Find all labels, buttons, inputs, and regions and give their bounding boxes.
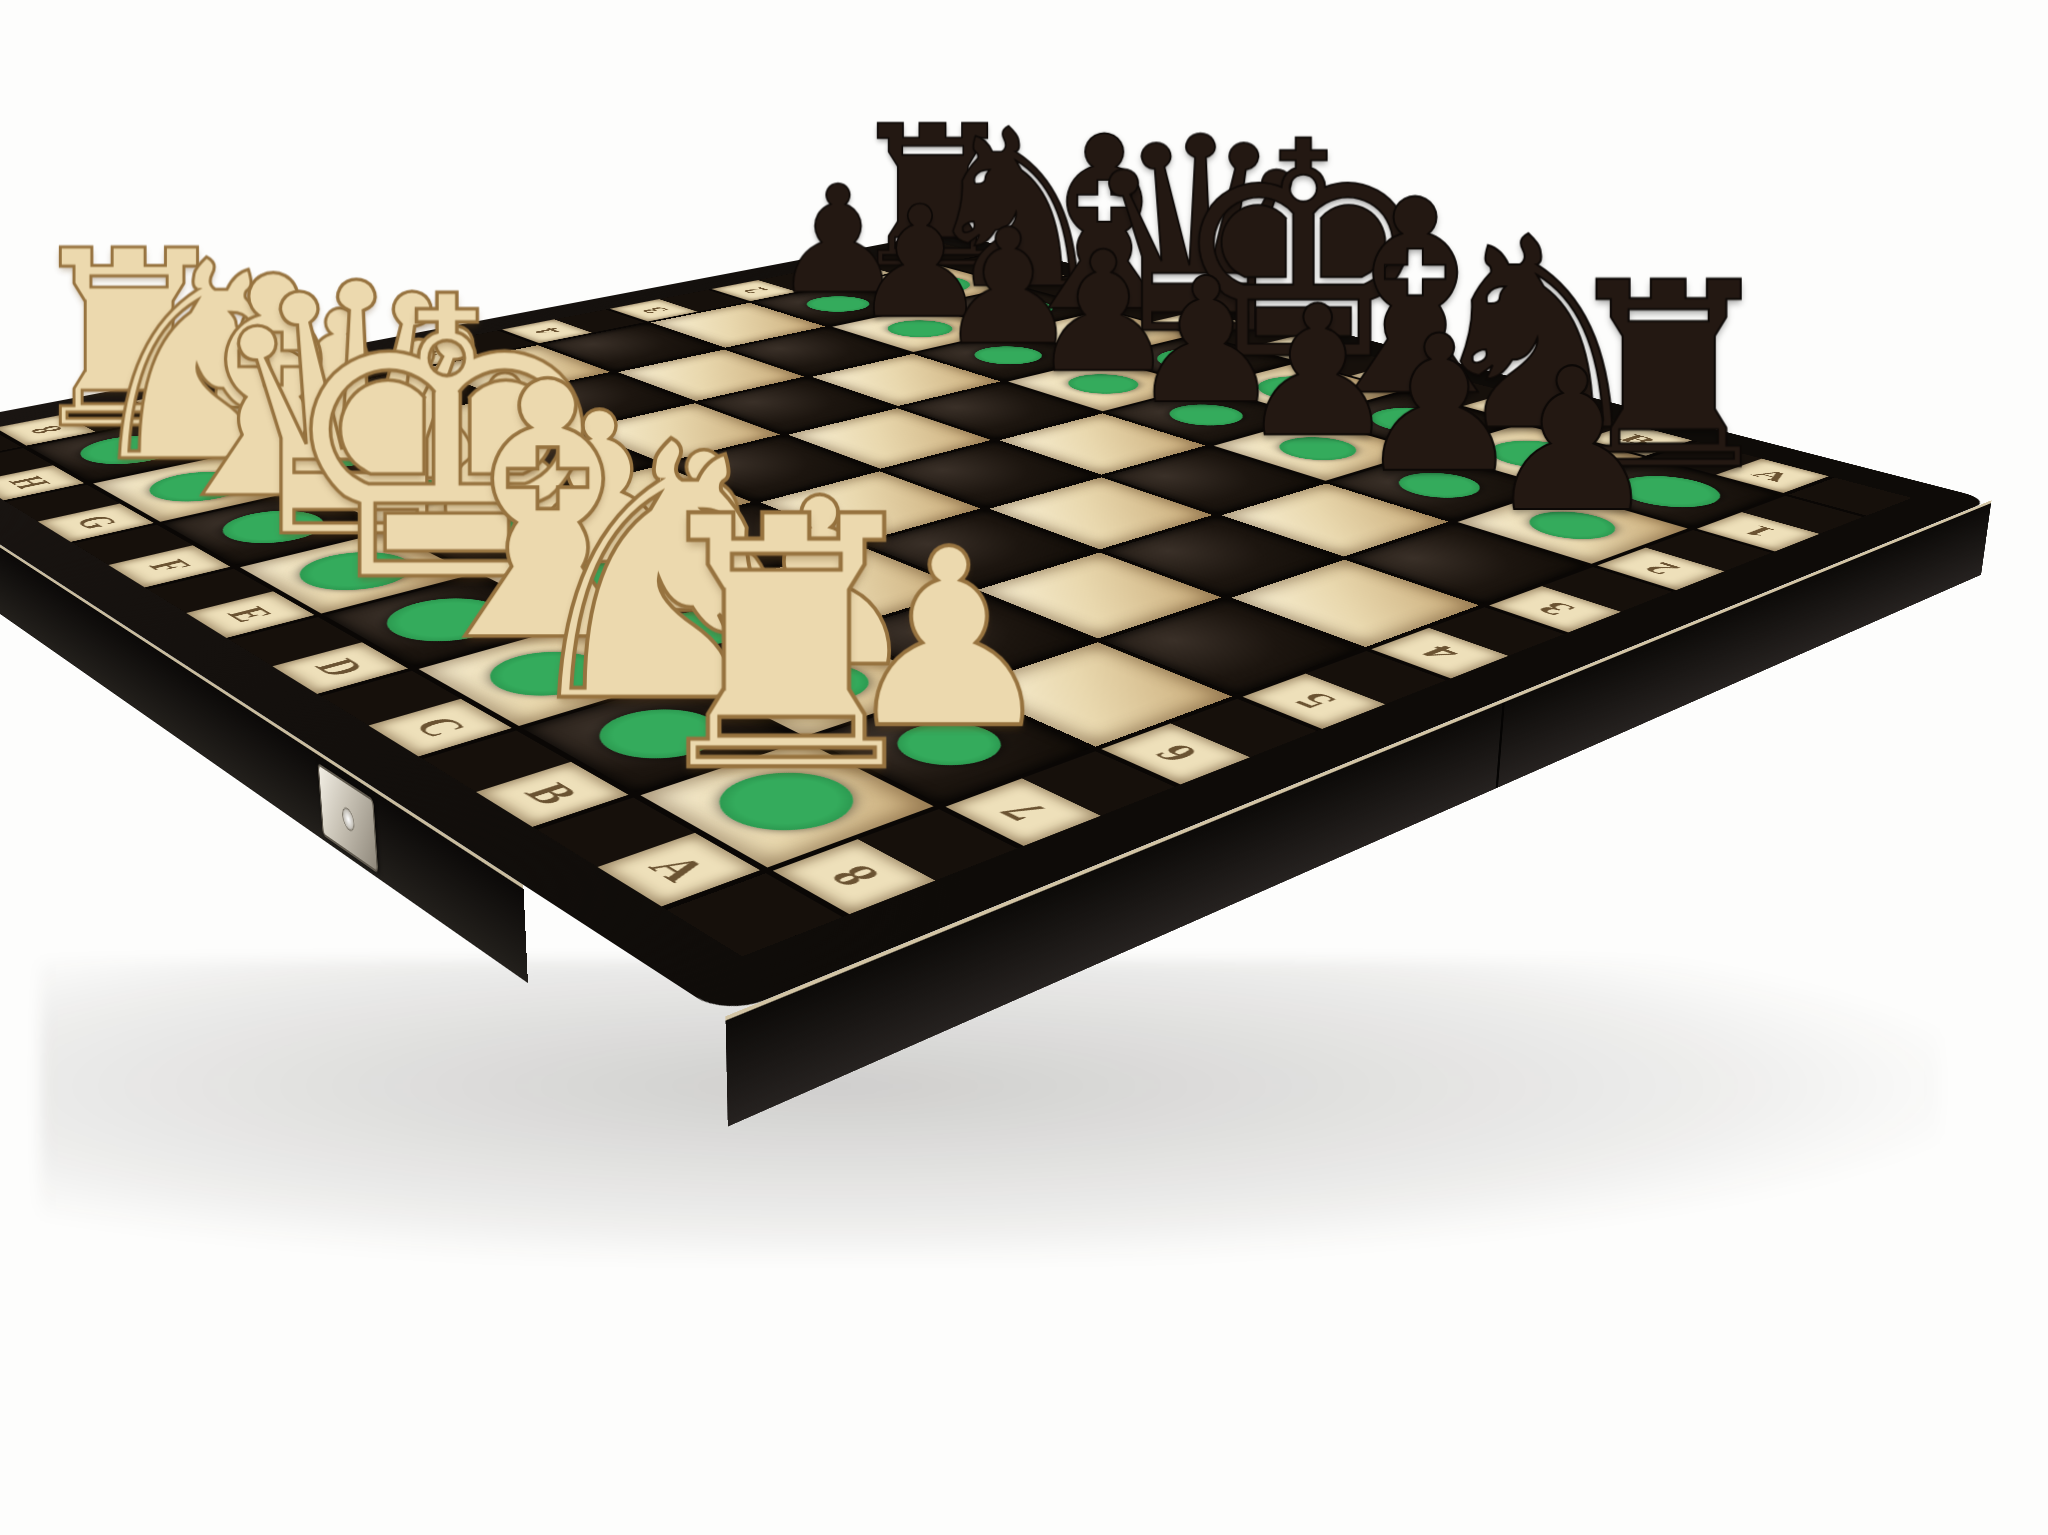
rank-label-4: 4 [1409, 641, 1470, 664]
rank-label-5: 5 [1282, 688, 1347, 713]
rank-label-2: 2 [1634, 559, 1688, 578]
board-veneer: 87654321H♜♟♟♜HG♞♟♟♞GF♝♟♟♝FE♛♟♟♛ED♚♟♟♚DC♝… [0, 244, 1912, 956]
rank-label-3: 3 [1526, 598, 1583, 619]
file-label-G: G [63, 512, 130, 533]
piece-white-rook[interactable]: ♜ [630, 472, 942, 820]
rank-label-1: 1 [1732, 523, 1784, 541]
rank-label-8: 8 [814, 859, 893, 893]
file-label-B: B [511, 777, 593, 810]
box-fold-seam [1496, 702, 1505, 789]
file-label-F: F [136, 556, 202, 576]
file-label-A: A [635, 850, 723, 888]
file-label-D: D [302, 654, 377, 681]
photo-scene: 87654321H♜♟♟♜HG♞♟♟♞GF♝♟♟♝FE♛♟♟♛ED♚♟♟♚DC♝… [0, 0, 2048, 1535]
chess-board: 87654321H♜♟♟♜HG♞♟♟♞GF♝♟♟♝FE♛♟♟♛ED♚♟♟♚DC♝… [0, 232, 1992, 1016]
rank-label-6: 6 [1141, 740, 1210, 767]
rank-label-7: 7 [986, 796, 1060, 826]
rank-label-2: 2 [733, 286, 775, 296]
piece-black-pawn[interactable]: ♟ [1484, 343, 1661, 540]
